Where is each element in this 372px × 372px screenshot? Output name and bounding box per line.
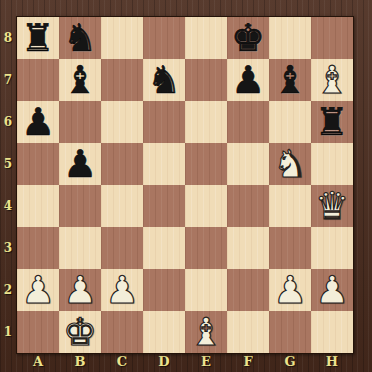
- square-b7[interactable]: ♝: [59, 59, 101, 101]
- square-f1[interactable]: [227, 311, 269, 353]
- piece-black-pawn[interactable]: ♟: [231, 59, 265, 101]
- square-f5[interactable]: [227, 143, 269, 185]
- board-frame: 87654321 ABCDEFGH ♜♞♚♝♞♟♝♝♟♜♟♞♛♟♟♟♟♟♚♝: [0, 0, 372, 372]
- piece-white-pawn[interactable]: ♟: [105, 269, 139, 311]
- square-e8[interactable]: [185, 17, 227, 59]
- rank-label-1: 1: [0, 311, 16, 353]
- square-f6[interactable]: [227, 101, 269, 143]
- piece-black-pawn[interactable]: ♟: [21, 101, 55, 143]
- file-label-b: B: [59, 353, 101, 372]
- file-label-c: C: [101, 353, 143, 372]
- square-g6[interactable]: [269, 101, 311, 143]
- square-f4[interactable]: [227, 185, 269, 227]
- file-labels: ABCDEFGH: [17, 353, 353, 372]
- rank-label-8: 8: [0, 17, 16, 59]
- square-d3[interactable]: [143, 227, 185, 269]
- piece-black-knight[interactable]: ♞: [63, 17, 97, 59]
- rank-label-6: 6: [0, 101, 16, 143]
- square-g8[interactable]: [269, 17, 311, 59]
- piece-white-bishop[interactable]: ♝: [189, 311, 223, 353]
- piece-white-pawn[interactable]: ♟: [21, 269, 55, 311]
- square-b8[interactable]: ♞: [59, 17, 101, 59]
- square-a2[interactable]: ♟: [17, 269, 59, 311]
- file-label-a: A: [17, 353, 59, 372]
- square-b2[interactable]: ♟: [59, 269, 101, 311]
- rank-label-7: 7: [0, 59, 16, 101]
- square-e1[interactable]: ♝: [185, 311, 227, 353]
- square-b3[interactable]: [59, 227, 101, 269]
- square-h7[interactable]: ♝: [311, 59, 353, 101]
- rank-label-5: 5: [0, 143, 16, 185]
- piece-white-queen[interactable]: ♛: [315, 185, 349, 227]
- square-c2[interactable]: ♟: [101, 269, 143, 311]
- square-e7[interactable]: [185, 59, 227, 101]
- square-e3[interactable]: [185, 227, 227, 269]
- square-d5[interactable]: [143, 143, 185, 185]
- square-c8[interactable]: [101, 17, 143, 59]
- rank-label-4: 4: [0, 185, 16, 227]
- square-d7[interactable]: ♞: [143, 59, 185, 101]
- file-label-e: E: [185, 353, 227, 372]
- square-a5[interactable]: [17, 143, 59, 185]
- square-g4[interactable]: [269, 185, 311, 227]
- square-d1[interactable]: [143, 311, 185, 353]
- square-b1[interactable]: ♚: [59, 311, 101, 353]
- file-label-f: F: [227, 353, 269, 372]
- square-g5[interactable]: ♞: [269, 143, 311, 185]
- square-a4[interactable]: [17, 185, 59, 227]
- square-a7[interactable]: [17, 59, 59, 101]
- square-h2[interactable]: ♟: [311, 269, 353, 311]
- rank-label-3: 3: [0, 227, 16, 269]
- square-f3[interactable]: [227, 227, 269, 269]
- square-a8[interactable]: ♜: [17, 17, 59, 59]
- square-a1[interactable]: [17, 311, 59, 353]
- square-c5[interactable]: [101, 143, 143, 185]
- square-h6[interactable]: ♜: [311, 101, 353, 143]
- rank-label-2: 2: [0, 269, 16, 311]
- square-c7[interactable]: [101, 59, 143, 101]
- square-h3[interactable]: [311, 227, 353, 269]
- square-h1[interactable]: [311, 311, 353, 353]
- square-e2[interactable]: [185, 269, 227, 311]
- file-label-g: G: [269, 353, 311, 372]
- square-b4[interactable]: [59, 185, 101, 227]
- square-h5[interactable]: [311, 143, 353, 185]
- piece-black-pawn[interactable]: ♟: [63, 143, 97, 185]
- piece-white-pawn[interactable]: ♟: [273, 269, 307, 311]
- square-h8[interactable]: [311, 17, 353, 59]
- square-f2[interactable]: [227, 269, 269, 311]
- chess-board[interactable]: ♜♞♚♝♞♟♝♝♟♜♟♞♛♟♟♟♟♟♚♝: [16, 16, 354, 354]
- square-e5[interactable]: [185, 143, 227, 185]
- square-c1[interactable]: [101, 311, 143, 353]
- piece-black-rook[interactable]: ♜: [315, 101, 349, 143]
- square-d4[interactable]: [143, 185, 185, 227]
- square-c6[interactable]: [101, 101, 143, 143]
- piece-white-pawn[interactable]: ♟: [315, 269, 349, 311]
- square-h4[interactable]: ♛: [311, 185, 353, 227]
- file-label-h: H: [311, 353, 353, 372]
- piece-white-king[interactable]: ♚: [63, 311, 97, 353]
- square-c3[interactable]: [101, 227, 143, 269]
- file-label-d: D: [143, 353, 185, 372]
- square-b5[interactable]: ♟: [59, 143, 101, 185]
- square-a6[interactable]: ♟: [17, 101, 59, 143]
- square-g7[interactable]: ♝: [269, 59, 311, 101]
- piece-black-king[interactable]: ♚: [231, 17, 265, 59]
- square-e6[interactable]: [185, 101, 227, 143]
- square-d8[interactable]: [143, 17, 185, 59]
- piece-black-bishop[interactable]: ♝: [273, 59, 307, 101]
- rank-labels: 87654321: [0, 17, 16, 353]
- square-d2[interactable]: [143, 269, 185, 311]
- square-d6[interactable]: [143, 101, 185, 143]
- square-g3[interactable]: [269, 227, 311, 269]
- piece-white-pawn[interactable]: ♟: [63, 269, 97, 311]
- square-f7[interactable]: ♟: [227, 59, 269, 101]
- square-a3[interactable]: [17, 227, 59, 269]
- piece-white-knight[interactable]: ♞: [273, 143, 307, 185]
- square-c4[interactable]: [101, 185, 143, 227]
- square-g2[interactable]: ♟: [269, 269, 311, 311]
- square-f8[interactable]: ♚: [227, 17, 269, 59]
- piece-black-bishop[interactable]: ♝: [63, 59, 97, 101]
- square-g1[interactable]: [269, 311, 311, 353]
- piece-black-rook[interactable]: ♜: [21, 17, 55, 59]
- square-b6[interactable]: [59, 101, 101, 143]
- piece-black-knight[interactable]: ♞: [147, 59, 181, 101]
- square-e4[interactable]: [185, 185, 227, 227]
- piece-white-bishop[interactable]: ♝: [315, 59, 349, 101]
